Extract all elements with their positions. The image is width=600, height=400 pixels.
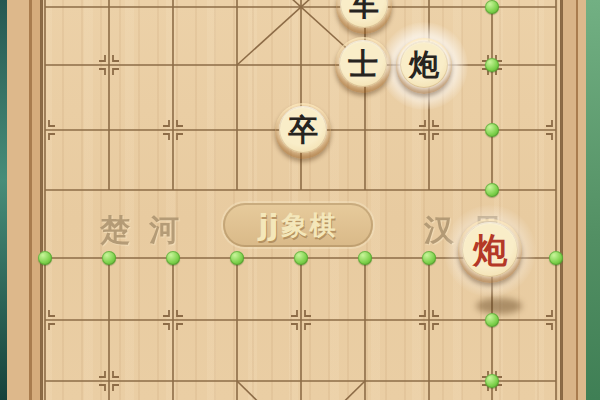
move-hint-dot[interactable]: [485, 58, 499, 72]
move-hint-dot[interactable]: [294, 251, 308, 265]
river-label-chu-he: 楚河: [100, 210, 198, 251]
piece-glyph: 炮: [409, 50, 439, 80]
piece-face: 炮: [462, 222, 518, 277]
piece-glyph: 炮: [473, 233, 507, 267]
piece-face: 卒: [279, 106, 327, 153]
move-hint-dot[interactable]: [485, 0, 499, 14]
piece-black-cannon[interactable]: 炮: [396, 38, 452, 94]
piece-glyph: 士: [348, 49, 378, 79]
move-hint-dot[interactable]: [485, 123, 499, 137]
piece-face: 士: [339, 40, 387, 87]
selected-piece-shadow: [476, 298, 522, 314]
move-hint-dot[interactable]: [422, 251, 436, 265]
jj-logo-mark: JJ: [259, 211, 279, 240]
xiangqi-board: 楚河 汉界 JJ 象棋 车士炮卒炮: [0, 0, 600, 400]
move-hint-dot[interactable]: [485, 183, 499, 197]
jj-xiangqi-logo: JJ 象棋: [223, 203, 373, 247]
piece-glyph: 卒: [288, 115, 318, 145]
board-grid: [0, 0, 600, 400]
move-hint-dot[interactable]: [358, 251, 372, 265]
move-hint-dot[interactable]: [485, 313, 499, 327]
move-hint-dot[interactable]: [38, 251, 52, 265]
piece-face: 车: [340, 0, 388, 28]
piece-glyph: 车: [349, 0, 379, 20]
piece-face: 炮: [400, 41, 448, 88]
move-hint-dot[interactable]: [230, 251, 244, 265]
move-hint-dot[interactable]: [549, 251, 563, 265]
move-hint-dot[interactable]: [166, 251, 180, 265]
move-hint-dot[interactable]: [102, 251, 116, 265]
jj-logo-text: 象棋: [281, 212, 337, 238]
move-hint-dot[interactable]: [485, 374, 499, 388]
piece-black-soldier[interactable]: 卒: [275, 103, 331, 159]
piece-red-cannon[interactable]: 炮: [458, 219, 522, 283]
piece-black-advisor[interactable]: 士: [335, 37, 391, 93]
